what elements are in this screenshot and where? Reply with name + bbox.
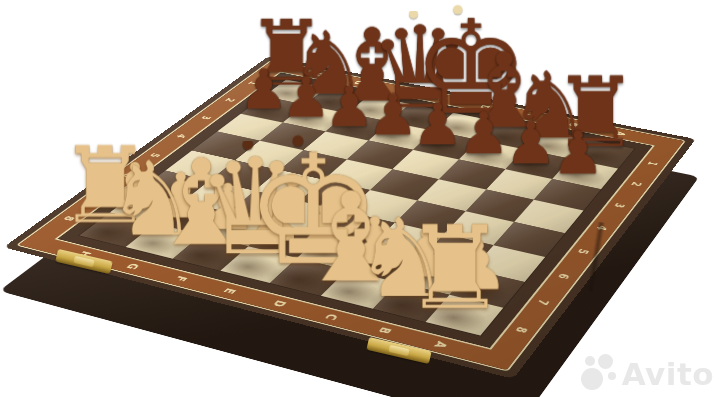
- piece-light-rook: ♜: [400, 211, 510, 326]
- board-top-surface: HGFEDCBA HGFEDCBA 12345678 12345678 ♜♞♝♛…: [3, 56, 695, 379]
- watermark-text: Avito: [622, 358, 714, 391]
- chess-board: HGFEDCBA HGFEDCBA 12345678 12345678 ♜♞♝♛…: [3, 56, 695, 379]
- piece-dark-pawn: ♟: [531, 122, 626, 181]
- king-queen-finial: [453, 5, 462, 14]
- king-queen-finial: [292, 135, 303, 146]
- avito-logo-icon: [581, 353, 617, 391]
- avito-watermark: Avito: [581, 353, 714, 391]
- listing-photo: HGFEDCBA HGFEDCBA 12345678 12345678 ♜♞♝♛…: [0, 0, 720, 397]
